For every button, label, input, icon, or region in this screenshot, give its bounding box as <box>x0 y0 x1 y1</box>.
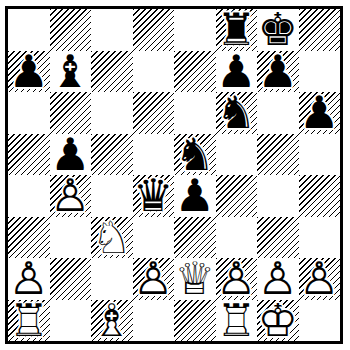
square-e8[interactable] <box>174 9 216 51</box>
square-c1[interactable]: ♝♗ <box>91 300 133 342</box>
black-pawn-glyph: ♟ <box>50 134 92 176</box>
white-pawn: ♟♙ <box>133 258 175 300</box>
square-h1[interactable] <box>299 300 341 342</box>
square-a7[interactable]: ♟♟ <box>8 51 50 93</box>
square-g3[interactable] <box>257 217 299 259</box>
white-bishop-glyph: ♗ <box>91 300 133 342</box>
square-e7[interactable] <box>174 51 216 93</box>
white-pawn: ♟♙ <box>50 175 92 217</box>
square-f6[interactable]: ♞♞ <box>216 92 258 134</box>
black-queen-glyph: ♛ <box>133 175 175 217</box>
square-e1[interactable] <box>174 300 216 342</box>
square-e4[interactable]: ♟♟ <box>174 175 216 217</box>
square-d6[interactable] <box>133 92 175 134</box>
square-g5[interactable] <box>257 134 299 176</box>
square-c4[interactable] <box>91 175 133 217</box>
black-bishop: ♝♝ <box>50 51 92 93</box>
square-c7[interactable] <box>91 51 133 93</box>
square-c2[interactable] <box>91 258 133 300</box>
square-b4[interactable]: ♟♙ <box>50 175 92 217</box>
square-h7[interactable] <box>299 51 341 93</box>
white-rook: ♜♖ <box>216 300 258 342</box>
square-a4[interactable] <box>8 175 50 217</box>
black-pawn-glyph: ♟ <box>216 51 258 93</box>
square-a2[interactable]: ♟♙ <box>8 258 50 300</box>
square-d1[interactable] <box>133 300 175 342</box>
black-pawn: ♟♟ <box>50 134 92 176</box>
white-rook: ♜♖ <box>8 300 50 342</box>
white-pawn: ♟♙ <box>257 258 299 300</box>
square-e3[interactable] <box>174 217 216 259</box>
black-knight-glyph: ♞ <box>174 134 216 176</box>
white-rook-glyph: ♖ <box>8 300 50 342</box>
square-e2[interactable]: ♛♕ <box>174 258 216 300</box>
square-h5[interactable] <box>299 134 341 176</box>
square-h8[interactable] <box>299 9 341 51</box>
black-knight: ♞♞ <box>216 92 258 134</box>
square-f8[interactable]: ♜♜ <box>216 9 258 51</box>
square-b8[interactable] <box>50 9 92 51</box>
square-d4[interactable]: ♛♛ <box>133 175 175 217</box>
square-f4[interactable] <box>216 175 258 217</box>
square-b3[interactable] <box>50 217 92 259</box>
square-b6[interactable] <box>50 92 92 134</box>
black-knight-glyph: ♞ <box>216 92 258 134</box>
chess-diagram: ♜♜♚♚♟♟♝♝♟♟♟♟♞♞♟♟♟♟♞♞♟♙♛♛♟♟♞♘♟♙♟♙♛♕♟♙♟♙♟♙… <box>0 0 350 350</box>
square-h4[interactable] <box>299 175 341 217</box>
black-pawn: ♟♟ <box>257 51 299 93</box>
black-king-glyph: ♚ <box>257 9 299 51</box>
white-knight: ♞♘ <box>91 217 133 259</box>
square-f3[interactable] <box>216 217 258 259</box>
square-a8[interactable] <box>8 9 50 51</box>
square-f2[interactable]: ♟♙ <box>216 258 258 300</box>
square-g6[interactable] <box>257 92 299 134</box>
black-knight: ♞♞ <box>174 134 216 176</box>
square-d2[interactable]: ♟♙ <box>133 258 175 300</box>
square-c8[interactable] <box>91 9 133 51</box>
square-a5[interactable] <box>8 134 50 176</box>
black-pawn: ♟♟ <box>216 51 258 93</box>
white-pawn-glyph: ♙ <box>216 258 258 300</box>
square-f1[interactable]: ♜♖ <box>216 300 258 342</box>
square-e5[interactable]: ♞♞ <box>174 134 216 176</box>
white-pawn-glyph: ♙ <box>133 258 175 300</box>
white-king: ♚♔ <box>257 300 299 342</box>
white-pawn-glyph: ♙ <box>257 258 299 300</box>
black-pawn-glyph: ♟ <box>8 51 50 93</box>
square-c5[interactable] <box>91 134 133 176</box>
square-g2[interactable]: ♟♙ <box>257 258 299 300</box>
white-knight-glyph: ♘ <box>91 217 133 259</box>
square-a1[interactable]: ♜♖ <box>8 300 50 342</box>
square-d3[interactable] <box>133 217 175 259</box>
square-c3[interactable]: ♞♘ <box>91 217 133 259</box>
white-pawn: ♟♙ <box>299 258 341 300</box>
white-pawn: ♟♙ <box>216 258 258 300</box>
white-pawn-glyph: ♙ <box>50 175 92 217</box>
square-c6[interactable] <box>91 92 133 134</box>
black-bishop-glyph: ♝ <box>50 51 92 93</box>
square-b2[interactable] <box>50 258 92 300</box>
square-g4[interactable] <box>257 175 299 217</box>
square-b7[interactable]: ♝♝ <box>50 51 92 93</box>
square-f5[interactable] <box>216 134 258 176</box>
white-queen-glyph: ♕ <box>174 258 216 300</box>
white-pawn-glyph: ♙ <box>8 258 50 300</box>
white-queen: ♛♕ <box>174 258 216 300</box>
square-d5[interactable] <box>133 134 175 176</box>
board-frame: ♜♜♚♚♟♟♝♝♟♟♟♟♞♞♟♟♟♟♞♞♟♙♛♛♟♟♞♘♟♙♟♙♛♕♟♙♟♙♟♙… <box>5 6 343 344</box>
square-a3[interactable] <box>8 217 50 259</box>
square-g1[interactable]: ♚♔ <box>257 300 299 342</box>
square-f7[interactable]: ♟♟ <box>216 51 258 93</box>
chess-board: ♜♜♚♚♟♟♝♝♟♟♟♟♞♞♟♟♟♟♞♞♟♙♛♛♟♟♞♘♟♙♟♙♛♕♟♙♟♙♟♙… <box>8 9 340 341</box>
square-h2[interactable]: ♟♙ <box>299 258 341 300</box>
white-pawn-glyph: ♙ <box>299 258 341 300</box>
black-king: ♚♚ <box>257 9 299 51</box>
square-b1[interactable] <box>50 300 92 342</box>
square-a6[interactable] <box>8 92 50 134</box>
black-rook-glyph: ♜ <box>216 9 258 51</box>
black-rook: ♜♜ <box>216 9 258 51</box>
black-pawn-glyph: ♟ <box>299 92 341 134</box>
white-rook-glyph: ♖ <box>216 300 258 342</box>
square-g8[interactable]: ♚♚ <box>257 9 299 51</box>
white-pawn: ♟♙ <box>8 258 50 300</box>
square-h6[interactable]: ♟♟ <box>299 92 341 134</box>
white-king-glyph: ♔ <box>257 300 299 342</box>
square-d7[interactable] <box>133 51 175 93</box>
square-h3[interactable] <box>299 217 341 259</box>
square-b5[interactable]: ♟♟ <box>50 134 92 176</box>
black-pawn-glyph: ♟ <box>257 51 299 93</box>
square-e6[interactable] <box>174 92 216 134</box>
black-pawn: ♟♟ <box>174 175 216 217</box>
white-bishop: ♝♗ <box>91 300 133 342</box>
black-pawn: ♟♟ <box>8 51 50 93</box>
black-queen: ♛♛ <box>133 175 175 217</box>
black-pawn-glyph: ♟ <box>174 175 216 217</box>
square-d8[interactable] <box>133 9 175 51</box>
square-g7[interactable]: ♟♟ <box>257 51 299 93</box>
black-pawn: ♟♟ <box>299 92 341 134</box>
